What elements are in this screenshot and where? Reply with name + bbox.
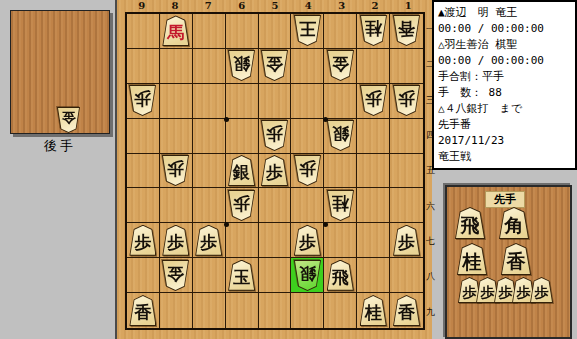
board-cell-9七[interactable]: 歩 (127, 223, 160, 258)
piece-kanji: 香 (507, 252, 526, 271)
board-cell-9九[interactable]: 香 (127, 293, 160, 328)
sente-piece-玉[interactable]: 玉 (228, 260, 255, 291)
board-grid: 馬王桂香銀金金歩歩歩歩銀歩銀歩歩歩桂歩歩歩歩歩金玉銀飛香桂香 (127, 14, 423, 328)
piece-kanji: 銀 (332, 125, 349, 142)
game-info-panel: ▲渡辺 明 竜王00:00 / 00:00:00△羽生善治 棋聖00:00 / … (432, 0, 577, 170)
piece-kanji: 歩 (134, 90, 151, 107)
sente-piece-歩[interactable]: 歩 (393, 225, 420, 256)
board-cell-5七[interactable] (259, 223, 292, 258)
board-cell-6一[interactable] (226, 14, 259, 49)
piece-kanji: 飛 (332, 269, 349, 286)
hoshi-dot (224, 117, 229, 122)
piece-kanji: 歩 (299, 234, 316, 251)
piece-kanji: 桂 (463, 252, 482, 271)
piece-kanji: 桂 (365, 20, 382, 37)
info-line-10: 竜王戦 (438, 149, 571, 165)
gote-hand-pieces: 金 (57, 107, 80, 133)
sente-piece-香[interactable]: 香 (501, 243, 531, 275)
board-cell-8八[interactable]: 金 (160, 258, 193, 293)
file-label-9: 9 (125, 0, 158, 12)
info-line-4: 00:00 / 00:00:00 (438, 53, 571, 69)
gote-piece-金[interactable]: 金 (57, 107, 80, 133)
gote-tray-label: 後手 (10, 137, 110, 155)
board-cell-3八[interactable]: 飛 (324, 258, 357, 293)
piece-kanji: 歩 (134, 234, 151, 251)
board-cell-4四[interactable] (291, 119, 324, 154)
board-cell-6二[interactable]: 銀 (226, 49, 259, 84)
info-line-6: 手 数： 88 (438, 85, 571, 101)
file-label-1: 1 (392, 0, 425, 12)
piece-kanji: 歩 (233, 195, 250, 212)
board-cell-5八[interactable] (259, 258, 292, 293)
piece-kanji: 歩 (167, 160, 184, 177)
board-cell-2八[interactable] (357, 258, 390, 293)
shogi-board: 987654321 一二三四五六七八九 馬王桂香銀金金歩歩歩歩銀歩銀歩歩歩桂歩歩… (115, 0, 432, 339)
sente-hand-row-1: 飛角 (455, 207, 543, 239)
board-cell-7五[interactable] (193, 154, 226, 189)
board-cell-8四[interactable] (160, 119, 193, 154)
board-cell-7七[interactable]: 歩 (193, 223, 226, 258)
sente-piece-歩[interactable]: 歩 (162, 225, 189, 256)
board-grid-frame: 馬王桂香銀金金歩歩歩歩銀歩銀歩歩歩桂歩歩歩歩歩金玉銀飛香桂香 (125, 12, 425, 330)
gote-piece-銀[interactable]: 銀 (228, 50, 255, 81)
file-label-2: 2 (358, 0, 391, 12)
board-cell-5四[interactable]: 歩 (259, 119, 292, 154)
file-label-6: 6 (225, 0, 258, 12)
piece-kanji: 銀 (233, 55, 250, 72)
board-cell-5二[interactable]: 金 (259, 49, 292, 84)
board-cell-3三[interactable] (324, 84, 357, 119)
piece-kanji: 金 (167, 265, 184, 282)
rank-label-七: 七 (426, 224, 435, 259)
board-cell-2五[interactable] (357, 154, 390, 189)
sente-piece-桂[interactable]: 桂 (360, 295, 387, 326)
piece-kanji: 桂 (365, 304, 382, 321)
sente-piece-馬[interactable]: 馬 (162, 15, 189, 46)
gote-piece-金[interactable]: 金 (327, 50, 354, 81)
board-cell-7二[interactable] (193, 49, 226, 84)
shogi-app-window: 金 後手 987654321 一二三四五六七八九 馬王桂香銀金金歩歩歩歩銀歩銀歩… (0, 0, 577, 339)
board-cell-1四[interactable] (390, 119, 423, 154)
sente-hand-row-2: 桂香 (457, 243, 545, 275)
board-cell-8五[interactable]: 歩 (160, 154, 193, 189)
board-cell-7三[interactable] (193, 84, 226, 119)
board-cell-4六[interactable] (291, 188, 324, 223)
file-label-4: 4 (292, 0, 325, 12)
piece-kanji: 馬 (167, 24, 184, 41)
hoshi-dot (323, 117, 328, 122)
gote-piece-歩[interactable]: 歩 (129, 85, 156, 116)
rank-label-八: 八 (426, 259, 435, 294)
board-cell-1七[interactable]: 歩 (390, 223, 423, 258)
piece-kanji: 歩 (167, 234, 184, 251)
board-cell-6九[interactable] (226, 293, 259, 328)
board-cell-4八[interactable]: 銀 (291, 258, 324, 293)
board-cell-2三[interactable]: 歩 (357, 84, 390, 119)
board-cell-3六[interactable]: 桂 (324, 188, 357, 223)
board-cell-9六[interactable] (127, 188, 160, 223)
gote-piece-桂[interactable]: 桂 (360, 15, 387, 46)
sente-piece-飛[interactable]: 飛 (455, 207, 485, 239)
info-line-3: △羽生善治 棋聖 (438, 37, 571, 53)
board-cell-1五[interactable] (390, 154, 423, 189)
hoshi-dot (323, 222, 328, 227)
file-labels: 987654321 (125, 0, 425, 12)
piece-kanji: 銀 (299, 265, 316, 282)
piece-kanji: 香 (134, 304, 151, 321)
sente-piece-桂[interactable]: 桂 (457, 243, 487, 275)
board-cell-1二[interactable] (390, 49, 423, 84)
info-line-8: 先手番 (438, 117, 571, 133)
piece-kanji: 歩 (266, 125, 283, 142)
piece-kanji: 香 (398, 20, 415, 37)
sente-tray-label: 先手 (485, 191, 525, 208)
sente-piece-角[interactable]: 角 (499, 207, 529, 239)
board-cell-6三[interactable] (226, 84, 259, 119)
gote-piece-歩[interactable]: 歩 (393, 85, 420, 116)
board-cell-6五[interactable]: 銀 (226, 154, 259, 189)
piece-kanji: 香 (398, 304, 415, 321)
sente-piece-歩[interactable]: 歩 (294, 225, 321, 256)
board-cell-7四[interactable] (193, 119, 226, 154)
board-cell-4一[interactable]: 王 (291, 14, 324, 49)
board-cell-8二[interactable] (160, 49, 193, 84)
piece-kanji: 歩 (398, 90, 415, 107)
piece-kanji: 銀 (233, 164, 250, 181)
board-cell-8九[interactable] (160, 293, 193, 328)
piece-kanji: 歩 (266, 164, 283, 181)
board-cell-9二[interactable] (127, 49, 160, 84)
sente-piece-香[interactable]: 香 (129, 295, 156, 326)
gote-hand-tray: 金 (10, 10, 110, 134)
rank-label-六: 六 (426, 189, 435, 224)
piece-kanji: 歩 (365, 90, 382, 107)
board-cell-2四[interactable] (357, 119, 390, 154)
board-cell-8三[interactable] (160, 84, 193, 119)
board-cell-9八[interactable] (127, 258, 160, 293)
gote-piece-王[interactable]: 王 (294, 15, 321, 46)
board-cell-7六[interactable] (193, 188, 226, 223)
board-cell-7一[interactable] (193, 14, 226, 49)
file-label-7: 7 (192, 0, 225, 12)
board-cell-3一[interactable] (324, 14, 357, 49)
gote-piece-金[interactable]: 金 (261, 50, 288, 81)
gote-piece-銀[interactable]: 銀 (327, 120, 354, 151)
board-cell-7八[interactable] (193, 258, 226, 293)
piece-kanji: 歩 (200, 234, 217, 251)
sente-hand-row-pawns: 歩歩歩歩歩 (458, 277, 548, 303)
piece-kanji: 金 (332, 55, 349, 72)
piece-kanji: 角 (505, 216, 524, 235)
board-cell-2一[interactable]: 桂 (357, 14, 390, 49)
sente-piece-歩[interactable]: 歩 (129, 225, 156, 256)
board-cell-4三[interactable] (291, 84, 324, 119)
board-cell-9五[interactable] (127, 154, 160, 189)
board-cell-6四[interactable] (226, 119, 259, 154)
piece-kanji: 王 (299, 20, 316, 37)
board-cell-4七[interactable]: 歩 (291, 223, 324, 258)
piece-kanji: 歩 (535, 285, 549, 299)
piece-kanji: 金 (62, 111, 76, 125)
sente-piece-香[interactable]: 香 (393, 295, 420, 326)
board-cell-6六[interactable]: 歩 (226, 188, 259, 223)
piece-kanji: 桂 (332, 195, 349, 212)
board-cell-3九[interactable] (324, 293, 357, 328)
board-cell-3七[interactable] (324, 223, 357, 258)
board-cell-5六[interactable] (259, 188, 292, 223)
board-cell-9三[interactable]: 歩 (127, 84, 160, 119)
gote-piece-金[interactable]: 金 (162, 260, 189, 291)
board-cell-4五[interactable]: 歩 (291, 154, 324, 189)
piece-kanji: 歩 (481, 285, 495, 299)
board-cell-2七[interactable] (357, 223, 390, 258)
board-cell-2二[interactable] (357, 49, 390, 84)
board-cell-7九[interactable] (193, 293, 226, 328)
info-line-7: △４八銀打 まで (438, 101, 571, 117)
gote-piece-桂[interactable]: 桂 (327, 190, 354, 221)
piece-kanji: 飛 (461, 216, 480, 235)
board-cell-9一[interactable] (127, 14, 160, 49)
board-cell-3四[interactable]: 銀 (324, 119, 357, 154)
board-cell-1六[interactable] (390, 188, 423, 223)
board-cell-3二[interactable]: 金 (324, 49, 357, 84)
board-cell-9四[interactable] (127, 119, 160, 154)
gote-piece-歩[interactable]: 歩 (261, 120, 288, 151)
sente-piece-飛[interactable]: 飛 (327, 260, 354, 291)
board-cell-5九[interactable] (259, 293, 292, 328)
gote-piece-歩[interactable]: 歩 (228, 190, 255, 221)
board-cell-4二[interactable] (291, 49, 324, 84)
file-label-5: 5 (258, 0, 291, 12)
piece-kanji: 歩 (517, 285, 531, 299)
board-cell-8一[interactable]: 馬 (160, 14, 193, 49)
board-cell-5三[interactable] (259, 84, 292, 119)
piece-kanji: 歩 (299, 160, 316, 177)
board-cell-1九[interactable]: 香 (390, 293, 423, 328)
board-cell-3五[interactable] (324, 154, 357, 189)
sente-piece-歩[interactable]: 歩 (530, 277, 553, 303)
gote-piece-香[interactable]: 香 (393, 15, 420, 46)
piece-kanji: 歩 (398, 234, 415, 251)
file-label-3: 3 (325, 0, 358, 12)
gote-piece-歩[interactable]: 歩 (360, 85, 387, 116)
sente-hand-tray: 先手 飛角 桂香 歩歩歩歩歩 (445, 185, 572, 339)
board-cell-1八[interactable] (390, 258, 423, 293)
board-cell-6八[interactable]: 玉 (226, 258, 259, 293)
gote-piece-歩[interactable]: 歩 (162, 155, 189, 186)
gote-piece-歩[interactable]: 歩 (294, 155, 321, 186)
hoshi-dot (224, 222, 229, 227)
board-cell-2九[interactable]: 桂 (357, 293, 390, 328)
piece-kanji: 金 (266, 55, 283, 72)
board-cell-1一[interactable]: 香 (390, 14, 423, 49)
rank-label-九: 九 (426, 295, 435, 330)
board-cell-6七[interactable] (226, 223, 259, 258)
info-line-1: ▲渡辺 明 竜王 (438, 5, 571, 21)
info-line-9: 2017/11/23 (438, 133, 571, 149)
board-cell-8七[interactable]: 歩 (160, 223, 193, 258)
sente-piece-銀[interactable]: 銀 (228, 155, 255, 186)
info-line-2: 00:00 / 00:00:00 (438, 21, 571, 37)
piece-kanji: 玉 (233, 269, 250, 286)
gote-piece-銀[interactable]: 銀 (294, 260, 321, 291)
piece-kanji: 歩 (463, 285, 477, 299)
sente-piece-歩[interactable]: 歩 (195, 225, 222, 256)
board-cell-8六[interactable] (160, 188, 193, 223)
board-cell-5五[interactable]: 歩 (259, 154, 292, 189)
file-label-8: 8 (158, 0, 191, 12)
info-line-5: 手合割：平手 (438, 69, 571, 85)
sente-piece-歩[interactable]: 歩 (261, 155, 288, 186)
board-cell-2六[interactable] (357, 188, 390, 223)
piece-kanji: 歩 (499, 285, 513, 299)
board-cell-1三[interactable]: 歩 (390, 84, 423, 119)
board-cell-5一[interactable] (259, 14, 292, 49)
board-cell-4九[interactable] (291, 293, 324, 328)
